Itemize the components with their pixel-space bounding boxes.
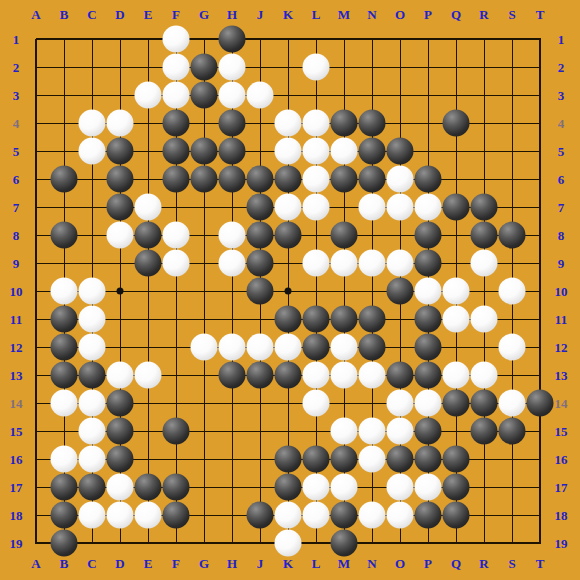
- stone-black-N12: [359, 334, 386, 361]
- stone-black-O5: [387, 138, 414, 165]
- stone-white-H12: [219, 334, 246, 361]
- col-label-top-Q: Q: [451, 8, 461, 21]
- stone-black-G6: [191, 166, 218, 193]
- row-label-left-1: 1: [13, 33, 20, 46]
- stone-black-J13: [247, 362, 274, 389]
- stone-black-J7: [247, 194, 274, 221]
- stone-black-G5: [191, 138, 218, 165]
- stone-black-P16: [415, 446, 442, 473]
- stone-black-B8: [51, 222, 78, 249]
- stone-black-B17: [51, 474, 78, 501]
- stone-white-O17: [387, 474, 414, 501]
- row-label-right-8: 8: [558, 229, 565, 242]
- stone-white-D4: [107, 110, 134, 137]
- stone-black-N5: [359, 138, 386, 165]
- stone-black-B13: [51, 362, 78, 389]
- col-label-top-J: J: [257, 8, 264, 21]
- stone-white-O14: [387, 390, 414, 417]
- row-label-right-5: 5: [558, 145, 565, 158]
- stone-black-B19: [51, 530, 78, 557]
- stone-black-Q14: [443, 390, 470, 417]
- stone-black-F15: [163, 418, 190, 445]
- stone-white-L14: [303, 390, 330, 417]
- stone-white-K12: [275, 334, 302, 361]
- col-label-bottom-C: C: [87, 557, 96, 570]
- stone-white-M13: [331, 362, 358, 389]
- stone-white-D18: [107, 502, 134, 529]
- star-point-D10: [117, 288, 124, 295]
- stone-black-M4: [331, 110, 358, 137]
- col-label-bottom-P: P: [424, 557, 432, 570]
- stone-white-R11: [471, 306, 498, 333]
- col-label-top-M: M: [338, 8, 350, 21]
- row-label-right-1: 1: [558, 33, 565, 46]
- stone-black-S8: [499, 222, 526, 249]
- stone-white-L9: [303, 250, 330, 277]
- stone-white-L17: [303, 474, 330, 501]
- col-label-bottom-R: R: [479, 557, 488, 570]
- stone-white-K5: [275, 138, 302, 165]
- col-label-bottom-N: N: [367, 557, 376, 570]
- stone-black-R7: [471, 194, 498, 221]
- stone-black-L12: [303, 334, 330, 361]
- row-label-left-3: 3: [13, 89, 20, 102]
- stone-white-S10: [499, 278, 526, 305]
- stone-black-Q4: [443, 110, 470, 137]
- stone-white-M12: [331, 334, 358, 361]
- row-label-right-2: 2: [558, 61, 565, 74]
- stone-white-R9: [471, 250, 498, 277]
- stone-white-C10: [79, 278, 106, 305]
- stone-black-H6: [219, 166, 246, 193]
- col-label-bottom-A: A: [31, 557, 40, 570]
- row-label-right-9: 9: [558, 257, 565, 270]
- row-label-left-7: 7: [13, 201, 20, 214]
- col-label-top-R: R: [479, 8, 488, 21]
- col-label-top-P: P: [424, 8, 432, 21]
- stone-black-F18: [163, 502, 190, 529]
- col-label-top-A: A: [31, 8, 40, 21]
- stone-black-M8: [331, 222, 358, 249]
- row-label-right-12: 12: [555, 341, 568, 354]
- stone-white-L7: [303, 194, 330, 221]
- stone-white-K18: [275, 502, 302, 529]
- stone-black-R15: [471, 418, 498, 445]
- stone-black-L11: [303, 306, 330, 333]
- row-label-right-4: 4: [558, 117, 565, 130]
- row-label-left-16: 16: [10, 453, 23, 466]
- stone-black-S15: [499, 418, 526, 445]
- stone-white-J12: [247, 334, 274, 361]
- stone-white-D13: [107, 362, 134, 389]
- stone-black-Q18: [443, 502, 470, 529]
- col-label-top-F: F: [172, 8, 180, 21]
- col-label-bottom-O: O: [395, 557, 405, 570]
- row-label-left-10: 10: [10, 285, 23, 298]
- go-board: AABBCCDDEEFFGGHHJJKKLLMMNNOOPPQQRRSSTT11…: [0, 0, 580, 580]
- stone-black-D15: [107, 418, 134, 445]
- stone-black-M18: [331, 502, 358, 529]
- row-label-right-17: 17: [555, 481, 568, 494]
- stone-white-L4: [303, 110, 330, 137]
- col-label-bottom-F: F: [172, 557, 180, 570]
- col-label-top-C: C: [87, 8, 96, 21]
- stone-black-M6: [331, 166, 358, 193]
- stone-white-L6: [303, 166, 330, 193]
- stone-black-K17: [275, 474, 302, 501]
- stone-black-G3: [191, 82, 218, 109]
- stone-black-O13: [387, 362, 414, 389]
- stone-white-P10: [415, 278, 442, 305]
- stone-white-F1: [163, 26, 190, 53]
- stone-white-P7: [415, 194, 442, 221]
- stone-black-D6: [107, 166, 134, 193]
- stone-black-C17: [79, 474, 106, 501]
- row-label-left-11: 11: [10, 313, 22, 326]
- stone-black-H1: [219, 26, 246, 53]
- stone-white-H8: [219, 222, 246, 249]
- col-label-bottom-B: B: [60, 557, 69, 570]
- stone-black-M11: [331, 306, 358, 333]
- stone-black-B6: [51, 166, 78, 193]
- row-label-right-3: 3: [558, 89, 565, 102]
- col-label-top-H: H: [227, 8, 237, 21]
- stone-white-L5: [303, 138, 330, 165]
- stone-white-H9: [219, 250, 246, 277]
- col-label-bottom-G: G: [199, 557, 209, 570]
- grid-line-vertical: [484, 39, 485, 544]
- stone-black-P11: [415, 306, 442, 333]
- stone-black-R14: [471, 390, 498, 417]
- row-label-left-9: 9: [13, 257, 20, 270]
- col-label-top-E: E: [144, 8, 153, 21]
- stone-white-N18: [359, 502, 386, 529]
- stone-white-G12: [191, 334, 218, 361]
- row-label-right-11: 11: [555, 313, 567, 326]
- stone-black-D7: [107, 194, 134, 221]
- stone-black-N11: [359, 306, 386, 333]
- stone-white-C15: [79, 418, 106, 445]
- row-label-right-13: 13: [555, 369, 568, 382]
- stone-white-R13: [471, 362, 498, 389]
- col-label-bottom-K: K: [283, 557, 293, 570]
- stone-white-Q11: [443, 306, 470, 333]
- stone-black-K16: [275, 446, 302, 473]
- stone-black-J10: [247, 278, 274, 305]
- stone-black-G2: [191, 54, 218, 81]
- stone-black-L16: [303, 446, 330, 473]
- row-label-right-15: 15: [555, 425, 568, 438]
- stone-black-M16: [331, 446, 358, 473]
- stone-black-B11: [51, 306, 78, 333]
- row-label-left-13: 13: [10, 369, 23, 382]
- row-label-right-7: 7: [558, 201, 565, 214]
- stone-white-O6: [387, 166, 414, 193]
- row-label-right-16: 16: [555, 453, 568, 466]
- col-label-bottom-D: D: [115, 557, 124, 570]
- col-label-bottom-E: E: [144, 557, 153, 570]
- stone-black-K11: [275, 306, 302, 333]
- stone-black-J9: [247, 250, 274, 277]
- row-label-left-6: 6: [13, 173, 20, 186]
- stone-black-D14: [107, 390, 134, 417]
- stone-black-J18: [247, 502, 274, 529]
- stone-white-E18: [135, 502, 162, 529]
- stone-black-J8: [247, 222, 274, 249]
- stone-black-E9: [135, 250, 162, 277]
- stone-white-K19: [275, 530, 302, 557]
- col-label-bottom-H: H: [227, 557, 237, 570]
- stone-white-P14: [415, 390, 442, 417]
- col-label-top-O: O: [395, 8, 405, 21]
- stone-white-O7: [387, 194, 414, 221]
- stone-black-B18: [51, 502, 78, 529]
- stone-white-O18: [387, 502, 414, 529]
- stone-white-M5: [331, 138, 358, 165]
- stone-white-C12: [79, 334, 106, 361]
- col-label-bottom-J: J: [257, 557, 264, 570]
- stone-black-Q16: [443, 446, 470, 473]
- stone-white-H3: [219, 82, 246, 109]
- stone-white-L2: [303, 54, 330, 81]
- stone-white-S14: [499, 390, 526, 417]
- stone-white-E13: [135, 362, 162, 389]
- stone-white-Q10: [443, 278, 470, 305]
- stone-black-Q17: [443, 474, 470, 501]
- row-label-left-5: 5: [13, 145, 20, 158]
- stone-black-P8: [415, 222, 442, 249]
- col-label-bottom-M: M: [338, 557, 350, 570]
- stone-white-P17: [415, 474, 442, 501]
- stone-black-H5: [219, 138, 246, 165]
- row-label-left-4: 4: [13, 117, 20, 130]
- grid-line-vertical: [539, 39, 541, 544]
- stone-white-F3: [163, 82, 190, 109]
- stone-black-O10: [387, 278, 414, 305]
- row-label-left-2: 2: [13, 61, 20, 74]
- stone-white-O15: [387, 418, 414, 445]
- stone-white-N9: [359, 250, 386, 277]
- stone-white-O9: [387, 250, 414, 277]
- stone-white-N16: [359, 446, 386, 473]
- stone-black-R8: [471, 222, 498, 249]
- stone-white-N7: [359, 194, 386, 221]
- row-label-left-18: 18: [10, 509, 23, 522]
- stone-black-N4: [359, 110, 386, 137]
- stone-white-E7: [135, 194, 162, 221]
- stone-white-B16: [51, 446, 78, 473]
- row-label-right-19: 19: [555, 537, 568, 550]
- row-label-right-18: 18: [555, 509, 568, 522]
- stone-black-E8: [135, 222, 162, 249]
- stone-white-E3: [135, 82, 162, 109]
- stone-black-T14: [527, 390, 554, 417]
- row-label-right-6: 6: [558, 173, 565, 186]
- col-label-bottom-T: T: [536, 557, 545, 570]
- stone-black-J6: [247, 166, 274, 193]
- col-label-top-D: D: [115, 8, 124, 21]
- stone-black-P9: [415, 250, 442, 277]
- stone-black-E17: [135, 474, 162, 501]
- row-label-left-8: 8: [13, 229, 20, 242]
- stone-black-P18: [415, 502, 442, 529]
- stone-white-C11: [79, 306, 106, 333]
- stone-white-C18: [79, 502, 106, 529]
- stone-black-H13: [219, 362, 246, 389]
- stone-black-Q7: [443, 194, 470, 221]
- stone-black-F5: [163, 138, 190, 165]
- row-label-right-10: 10: [555, 285, 568, 298]
- stone-black-F4: [163, 110, 190, 137]
- stone-black-K13: [275, 362, 302, 389]
- stone-white-B10: [51, 278, 78, 305]
- col-label-bottom-Q: Q: [451, 557, 461, 570]
- stone-white-C16: [79, 446, 106, 473]
- col-label-top-G: G: [199, 8, 209, 21]
- stone-white-F9: [163, 250, 190, 277]
- row-label-left-15: 15: [10, 425, 23, 438]
- stone-white-F8: [163, 222, 190, 249]
- stone-white-F2: [163, 54, 190, 81]
- stone-white-D8: [107, 222, 134, 249]
- stone-white-K7: [275, 194, 302, 221]
- stone-black-H4: [219, 110, 246, 137]
- stone-black-O16: [387, 446, 414, 473]
- stone-black-D5: [107, 138, 134, 165]
- col-label-top-T: T: [536, 8, 545, 21]
- col-label-bottom-L: L: [312, 557, 321, 570]
- stone-black-N6: [359, 166, 386, 193]
- stone-white-D17: [107, 474, 134, 501]
- stone-black-B12: [51, 334, 78, 361]
- row-label-right-14: 14: [555, 397, 568, 410]
- stone-black-P6: [415, 166, 442, 193]
- row-label-left-14: 14: [10, 397, 23, 410]
- stone-black-D16: [107, 446, 134, 473]
- stone-white-Q13: [443, 362, 470, 389]
- row-label-left-19: 19: [10, 537, 23, 550]
- col-label-top-B: B: [60, 8, 69, 21]
- stone-black-P13: [415, 362, 442, 389]
- col-label-top-L: L: [312, 8, 321, 21]
- stone-black-P15: [415, 418, 442, 445]
- stone-white-N13: [359, 362, 386, 389]
- stone-black-K6: [275, 166, 302, 193]
- stone-white-H2: [219, 54, 246, 81]
- star-point-K10: [285, 288, 292, 295]
- stone-black-F17: [163, 474, 190, 501]
- stone-white-J3: [247, 82, 274, 109]
- col-label-bottom-S: S: [508, 557, 515, 570]
- stone-black-F6: [163, 166, 190, 193]
- stone-black-K8: [275, 222, 302, 249]
- stone-white-M9: [331, 250, 358, 277]
- stone-white-C5: [79, 138, 106, 165]
- stone-white-C4: [79, 110, 106, 137]
- row-label-left-12: 12: [10, 341, 23, 354]
- row-label-left-17: 17: [10, 481, 23, 494]
- stone-white-M17: [331, 474, 358, 501]
- stone-black-M19: [331, 530, 358, 557]
- col-label-top-K: K: [283, 8, 293, 21]
- stone-white-L13: [303, 362, 330, 389]
- stone-white-K4: [275, 110, 302, 137]
- col-label-top-N: N: [367, 8, 376, 21]
- stone-white-L18: [303, 502, 330, 529]
- stone-white-M15: [331, 418, 358, 445]
- stone-white-S12: [499, 334, 526, 361]
- stone-white-N15: [359, 418, 386, 445]
- stone-white-C14: [79, 390, 106, 417]
- stone-white-B14: [51, 390, 78, 417]
- stone-black-C13: [79, 362, 106, 389]
- stone-black-P12: [415, 334, 442, 361]
- col-label-top-S: S: [508, 8, 515, 21]
